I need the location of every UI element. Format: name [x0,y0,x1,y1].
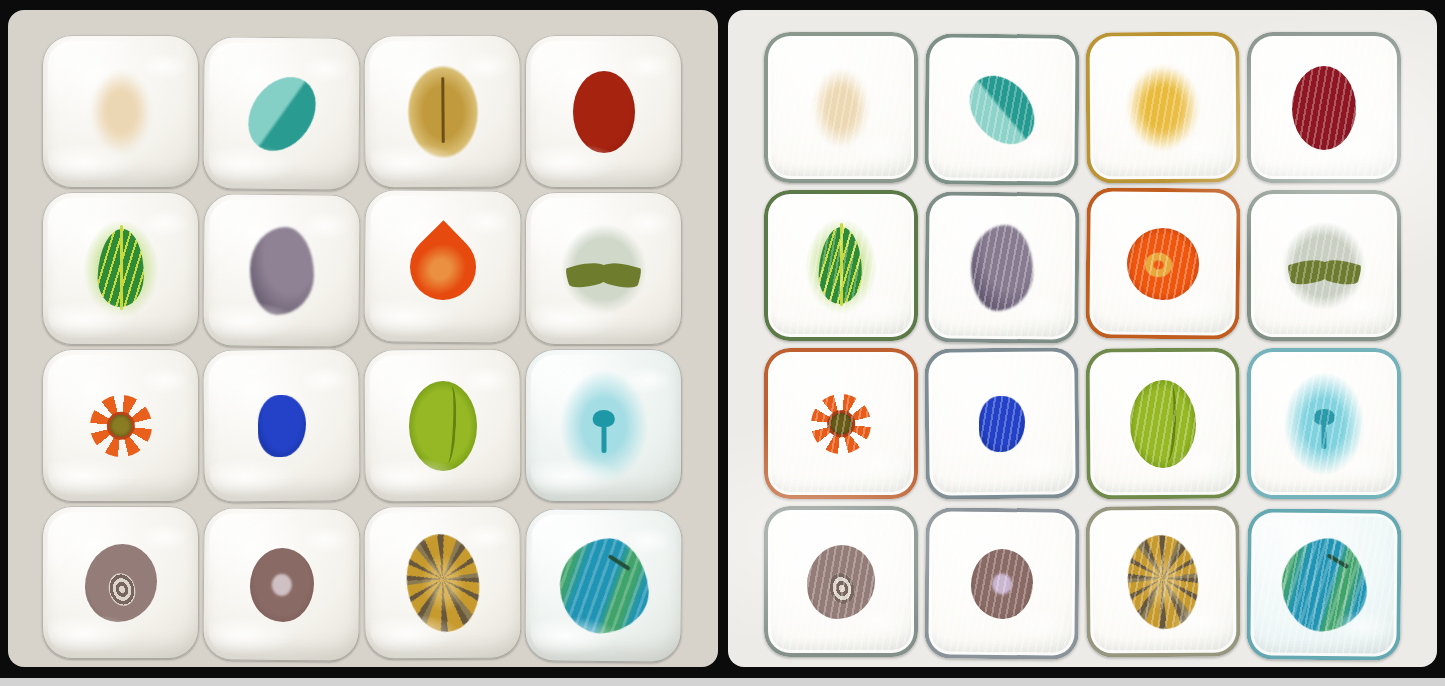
mauve-dot-blob-tile [924,507,1079,659]
fused-glass-tile-collage [0,0,1445,686]
right-tile-grid [764,32,1401,657]
aqua-mushroom-inclusion [1281,369,1367,479]
left-tile-grid [42,35,682,659]
mauve-dot-blob-inclusion [971,548,1034,619]
aqua-mushroom-tile [1247,348,1401,499]
taupe-spiral-blob-inclusion [807,545,875,619]
amber-marble-oval-tile [363,505,521,659]
cobalt-dot-tile [924,347,1080,500]
purple-blob-inclusion [971,224,1034,311]
red-oval-tile [525,35,682,188]
cream-dot-inclusion [90,69,152,155]
orange-flower-tile [764,348,918,499]
red-oval-inclusion [573,71,635,153]
purple-blob-inclusion [249,226,314,315]
amber-pod-inclusion [406,64,479,159]
lime-oval-tile [363,348,521,502]
teal-marble-leaf-tile [1246,508,1401,660]
left-photo [8,10,718,667]
aqua-mushroom-tile [525,349,682,502]
orange-flower-inclusion [811,394,871,454]
orange-flower-tile [42,349,199,502]
teal-split-oval-tile [202,36,360,190]
aqua-mushroom-inclusion [557,366,651,486]
cobalt-dot-inclusion [979,395,1026,451]
olive-leaf-disc-inclusion [561,224,647,314]
palm-leaf-tile [764,190,918,341]
lime-oval-inclusion [1130,379,1197,467]
lime-oval-tile [1085,347,1240,499]
right-photo [728,10,1437,667]
mauve-dot-blob-inclusion [249,547,314,622]
crimson-oval-inclusion [1292,66,1356,150]
amber-pod-tile [363,34,521,188]
amber-marble-oval-inclusion [400,529,486,636]
golden-dot-inclusion [1126,63,1201,152]
cobalt-dot-tile [202,348,361,503]
orange-donut-tile [1085,187,1241,340]
palm-leaf-inclusion [805,218,877,314]
teal-marble-leaf-inclusion [1276,533,1371,635]
teal-split-oval-inclusion [956,62,1048,156]
teal-split-oval-tile [924,33,1079,185]
amber-marble-oval-inclusion [1123,531,1203,632]
orange-flower-inclusion [90,395,152,457]
taupe-spiral-blob-tile [764,506,918,657]
orange-donut-inclusion [1127,227,1200,300]
crimson-oval-tile [1247,32,1401,183]
scan-edge-strip [0,678,1445,686]
purple-blob-tile [202,193,360,347]
cobalt-dot-inclusion [257,394,306,456]
teal-marble-leaf-tile [524,508,682,662]
olive-leaf-disc-inclusion [1282,222,1366,310]
cream-dot-inclusion [812,67,870,149]
teal-marble-leaf-inclusion [555,534,652,636]
olive-leaf-disc-tile [1247,190,1401,341]
cream-dot-tile [42,35,199,188]
taupe-spiral-blob-inclusion [85,544,157,622]
lime-oval-inclusion [408,380,477,470]
teal-split-oval-inclusion [234,64,329,164]
orange-teardrop-tile [363,189,522,344]
amber-marble-oval-tile [1085,505,1240,657]
purple-blob-tile [924,191,1079,343]
palm-leaf-inclusion [83,220,159,318]
cream-dot-tile [764,32,918,183]
mauve-dot-blob-tile [202,507,360,661]
olive-leaf-disc-tile [525,192,682,345]
golden-dot-tile [1085,31,1240,183]
orange-teardrop-inclusion [396,220,489,313]
taupe-spiral-blob-tile [42,506,199,659]
palm-leaf-tile [42,192,199,345]
